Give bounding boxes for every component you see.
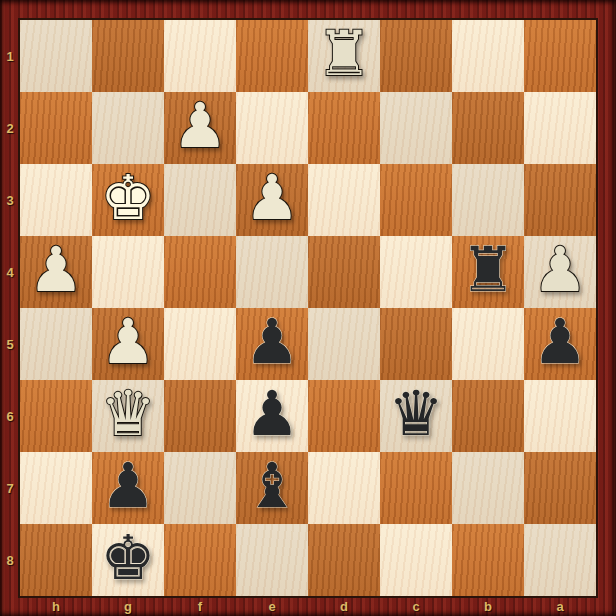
file-label-e: e [236,596,308,616]
square-f7[interactable] [164,452,236,524]
square-d3[interactable] [308,164,380,236]
square-c2[interactable] [380,92,452,164]
square-c7[interactable] [380,452,452,524]
rank-labels: 12345678 [0,20,20,596]
square-d2[interactable] [308,92,380,164]
file-label-c: c [380,596,452,616]
square-g7[interactable]: ♟ [92,452,164,524]
square-c8[interactable] [380,524,452,596]
square-h6[interactable] [20,380,92,452]
square-f3[interactable] [164,164,236,236]
square-a5[interactable]: ♟ [524,308,596,380]
square-a3[interactable] [524,164,596,236]
square-d7[interactable] [308,452,380,524]
white-pawn[interactable]: ♟ [244,167,300,229]
square-e6[interactable]: ♟ [236,380,308,452]
square-f1[interactable] [164,20,236,92]
square-a1[interactable] [524,20,596,92]
square-b2[interactable] [452,92,524,164]
rank-label-1: 1 [0,20,20,92]
square-a4[interactable]: ♟ [524,236,596,308]
rank-label-8: 8 [0,524,20,596]
square-h3[interactable] [20,164,92,236]
square-g6[interactable]: ♛ [92,380,164,452]
square-e2[interactable] [236,92,308,164]
white-rook[interactable]: ♜ [316,23,372,85]
square-d8[interactable] [308,524,380,596]
black-bishop[interactable]: ♝ [244,455,300,517]
square-g4[interactable] [92,236,164,308]
black-pawn[interactable]: ♟ [244,383,300,445]
square-e5[interactable]: ♟ [236,308,308,380]
file-label-g: g [92,596,164,616]
square-a6[interactable] [524,380,596,452]
square-g8[interactable]: ♚ [92,524,164,596]
square-h7[interactable] [20,452,92,524]
square-f8[interactable] [164,524,236,596]
square-c6[interactable]: ♛ [380,380,452,452]
square-h4[interactable]: ♟ [20,236,92,308]
square-b8[interactable] [452,524,524,596]
white-pawn[interactable]: ♟ [28,239,84,301]
square-a2[interactable] [524,92,596,164]
white-pawn[interactable]: ♟ [100,311,156,373]
square-e3[interactable]: ♟ [236,164,308,236]
square-a7[interactable] [524,452,596,524]
square-h8[interactable] [20,524,92,596]
file-label-d: d [308,596,380,616]
square-b6[interactable] [452,380,524,452]
square-f6[interactable] [164,380,236,452]
square-b4[interactable]: ♜ [452,236,524,308]
rank-label-3: 3 [0,164,20,236]
file-label-a: a [524,596,596,616]
square-g3[interactable]: ♚ [92,164,164,236]
rank-label-6: 6 [0,380,20,452]
black-pawn[interactable]: ♟ [244,311,300,373]
square-e4[interactable] [236,236,308,308]
square-f5[interactable] [164,308,236,380]
square-c3[interactable] [380,164,452,236]
square-g1[interactable] [92,20,164,92]
square-d6[interactable] [308,380,380,452]
black-king[interactable]: ♚ [100,527,156,589]
rank-label-7: 7 [0,452,20,524]
square-d5[interactable] [308,308,380,380]
square-e1[interactable] [236,20,308,92]
square-h5[interactable] [20,308,92,380]
square-b5[interactable] [452,308,524,380]
square-h1[interactable] [20,20,92,92]
rank-label-5: 5 [0,308,20,380]
square-b7[interactable] [452,452,524,524]
square-e7[interactable]: ♝ [236,452,308,524]
square-c5[interactable] [380,308,452,380]
square-d1[interactable]: ♜ [308,20,380,92]
white-king[interactable]: ♚ [100,167,156,229]
square-d4[interactable] [308,236,380,308]
white-pawn[interactable]: ♟ [172,95,228,157]
chess-board: ♜♟♚♟♟♜♟♟♟♟♛♟♛♟♝♚ [20,20,596,596]
square-c4[interactable] [380,236,452,308]
square-b3[interactable] [452,164,524,236]
black-pawn[interactable]: ♟ [100,455,156,517]
white-queen[interactable]: ♛ [100,383,156,445]
white-pawn[interactable]: ♟ [532,239,588,301]
square-h2[interactable] [20,92,92,164]
file-label-b: b [452,596,524,616]
black-rook[interactable]: ♜ [460,239,516,301]
board-frame: 12345678 hgfedcba ♜♟♚♟♟♜♟♟♟♟♛♟♛♟♝♚ [0,0,616,616]
rank-label-4: 4 [0,236,20,308]
square-g5[interactable]: ♟ [92,308,164,380]
square-f2[interactable]: ♟ [164,92,236,164]
black-pawn[interactable]: ♟ [532,311,588,373]
file-label-f: f [164,596,236,616]
square-c1[interactable] [380,20,452,92]
black-queen[interactable]: ♛ [388,383,444,445]
square-g2[interactable] [92,92,164,164]
square-e8[interactable] [236,524,308,596]
square-a8[interactable] [524,524,596,596]
square-b1[interactable] [452,20,524,92]
square-f4[interactable] [164,236,236,308]
file-label-h: h [20,596,92,616]
rank-label-2: 2 [0,92,20,164]
file-labels: hgfedcba [20,596,596,616]
